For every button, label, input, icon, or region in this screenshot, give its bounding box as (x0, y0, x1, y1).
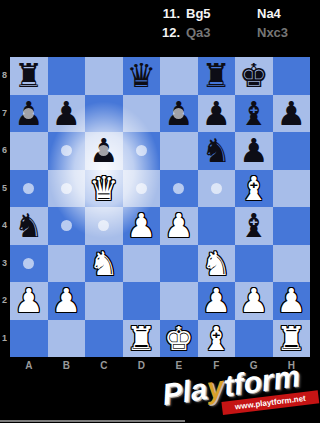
piece-white-bishop: ♝ (198, 320, 236, 358)
square-g6[interactable]: ♟ (235, 132, 273, 170)
chess-app-screen: 11. Bg5 Na4 12. Qa3 Nxc3 87654321 ♜♛♜♚♟♟… (0, 0, 320, 423)
piece-black-king: ♚ (235, 57, 273, 95)
move-row-11: 11. Bg5 Na4 (0, 6, 320, 23)
square-c1[interactable] (85, 320, 123, 358)
square-b4[interactable] (48, 207, 86, 245)
piece-white-bishop: ♝ (235, 170, 273, 208)
piece-white-knight: ♞ (198, 245, 236, 283)
square-b5[interactable] (48, 170, 86, 208)
square-e3[interactable] (160, 245, 198, 283)
file-label-d: D (123, 359, 161, 373)
square-d8[interactable]: ♛ (123, 57, 161, 95)
square-b8[interactable] (48, 57, 86, 95)
piece-black-knight: ♞ (10, 207, 48, 245)
square-a2[interactable]: ♟ (10, 282, 48, 320)
piece-white-pawn: ♟ (235, 282, 273, 320)
file-label-a: A (10, 359, 48, 373)
rank-label-7: 7 (0, 95, 9, 133)
square-a1[interactable] (10, 320, 48, 358)
piece-white-queen: ♛ (85, 170, 123, 208)
legal-move-dot[interactable] (173, 183, 184, 194)
legal-move-dot[interactable] (23, 258, 34, 269)
file-label-e: E (160, 359, 198, 373)
square-d4[interactable]: ♟ (123, 207, 161, 245)
piece-white-rook: ♜ (123, 320, 161, 358)
piece-black-rook: ♜ (198, 57, 236, 95)
square-d5[interactable] (123, 170, 161, 208)
white-move-11: Bg5 (186, 6, 250, 21)
rank-label-5: 5 (0, 170, 9, 208)
board-grid: ♜♛♜♚♟♟♟♟♝♟♟♞♟♛♝♞♟♟♝♞♞♟♟♟♟♟♜♚♝♜ (10, 57, 310, 357)
legal-move-dot[interactable] (98, 220, 109, 231)
logo-text-pre: Pla (160, 372, 209, 411)
square-e7[interactable]: ♟ (160, 95, 198, 133)
rank-label-8: 8 (0, 57, 9, 95)
file-label-b: B (48, 359, 86, 373)
legal-move-dot[interactable] (211, 183, 222, 194)
square-c3[interactable]: ♞ (85, 245, 123, 283)
square-f2[interactable]: ♟ (198, 282, 236, 320)
square-a5[interactable] (10, 170, 48, 208)
square-h3[interactable] (273, 245, 311, 283)
chess-board: ♜♛♜♚♟♟♟♟♝♟♟♞♟♛♝♞♟♟♝♞♞♟♟♟♟♟♜♚♝♜ (10, 57, 310, 357)
square-f5[interactable] (198, 170, 236, 208)
square-b3[interactable] (48, 245, 86, 283)
square-g7[interactable]: ♝ (235, 95, 273, 133)
legal-move-dot[interactable] (61, 183, 72, 194)
piece-white-pawn: ♟ (160, 207, 198, 245)
piece-white-pawn: ♟ (48, 282, 86, 320)
square-e4[interactable]: ♟ (160, 207, 198, 245)
square-e6[interactable] (160, 132, 198, 170)
square-d2[interactable] (123, 282, 161, 320)
square-g4[interactable]: ♝ (235, 207, 273, 245)
square-f4[interactable] (198, 207, 236, 245)
rank-label-4: 4 (0, 207, 9, 245)
square-b7[interactable]: ♟ (48, 95, 86, 133)
piece-black-bishop: ♝ (235, 95, 273, 133)
piece-black-bishop: ♝ (235, 207, 273, 245)
move-row-12: 12. Qa3 Nxc3 (0, 25, 320, 42)
piece-black-queen: ♛ (123, 57, 161, 95)
square-c6[interactable]: ♟ (85, 132, 123, 170)
square-g3[interactable] (235, 245, 273, 283)
square-h4[interactable] (273, 207, 311, 245)
rank-label-3: 3 (0, 245, 9, 283)
square-g5[interactable]: ♝ (235, 170, 273, 208)
square-h8[interactable] (273, 57, 311, 95)
square-c4[interactable] (85, 207, 123, 245)
square-g8[interactable]: ♚ (235, 57, 273, 95)
legal-move-dot[interactable] (61, 145, 72, 156)
square-f6[interactable]: ♞ (198, 132, 236, 170)
legal-move-dot[interactable] (136, 145, 147, 156)
black-move-11: Na4 (257, 6, 317, 21)
square-b1[interactable] (48, 320, 86, 358)
piece-white-knight: ♞ (85, 245, 123, 283)
piece-white-pawn: ♟ (198, 282, 236, 320)
square-c2[interactable] (85, 282, 123, 320)
piece-white-pawn: ♟ (273, 282, 311, 320)
piece-white-king: ♚ (160, 320, 198, 358)
square-f1[interactable]: ♝ (198, 320, 236, 358)
square-e5[interactable] (160, 170, 198, 208)
square-d3[interactable] (123, 245, 161, 283)
piece-black-pawn: ♟ (273, 95, 311, 133)
square-a6[interactable] (10, 132, 48, 170)
file-label-c: C (85, 359, 123, 373)
square-d1[interactable]: ♜ (123, 320, 161, 358)
square-h5[interactable] (273, 170, 311, 208)
square-h6[interactable] (273, 132, 311, 170)
square-a8[interactable]: ♜ (10, 57, 48, 95)
square-h1[interactable]: ♜ (273, 320, 311, 358)
square-d7[interactable] (123, 95, 161, 133)
square-g1[interactable] (235, 320, 273, 358)
legal-move-dot[interactable] (173, 108, 184, 119)
square-c8[interactable] (85, 57, 123, 95)
white-move-12: Qa3 (186, 25, 250, 40)
square-a3[interactable] (10, 245, 48, 283)
square-c5[interactable]: ♛ (85, 170, 123, 208)
bottom-scrollbar (0, 420, 185, 422)
piece-black-pawn: ♟ (198, 95, 236, 133)
square-b6[interactable] (48, 132, 86, 170)
square-a7[interactable]: ♟ (10, 95, 48, 133)
piece-black-knight: ♞ (198, 132, 236, 170)
square-f8[interactable]: ♜ (198, 57, 236, 95)
move-number: 11. (146, 6, 180, 21)
square-d6[interactable] (123, 132, 161, 170)
piece-black-pawn: ♟ (48, 95, 86, 133)
black-move-12: Nxc3 (257, 25, 317, 40)
legal-move-dot[interactable] (23, 108, 34, 119)
legal-move-dot[interactable] (23, 183, 34, 194)
square-f7[interactable]: ♟ (198, 95, 236, 133)
square-a4[interactable]: ♞ (10, 207, 48, 245)
rank-label-6: 6 (0, 132, 9, 170)
piece-black-rook: ♜ (10, 57, 48, 95)
piece-white-pawn: ♟ (10, 282, 48, 320)
legal-move-dot[interactable] (136, 183, 147, 194)
piece-black-pawn: ♟ (235, 132, 273, 170)
legal-move-dot[interactable] (61, 220, 72, 231)
square-f3[interactable]: ♞ (198, 245, 236, 283)
piece-white-pawn: ♟ (123, 207, 161, 245)
square-e1[interactable]: ♚ (160, 320, 198, 358)
piece-white-rook: ♜ (273, 320, 311, 358)
square-h2[interactable]: ♟ (273, 282, 311, 320)
rank-label-1: 1 (0, 320, 9, 358)
square-c7[interactable] (85, 95, 123, 133)
square-e2[interactable] (160, 282, 198, 320)
square-g2[interactable]: ♟ (235, 282, 273, 320)
rank-label-2: 2 (0, 282, 9, 320)
square-e8[interactable] (160, 57, 198, 95)
move-number: 12. (146, 25, 180, 40)
square-b2[interactable]: ♟ (48, 282, 86, 320)
square-h7[interactable]: ♟ (273, 95, 311, 133)
